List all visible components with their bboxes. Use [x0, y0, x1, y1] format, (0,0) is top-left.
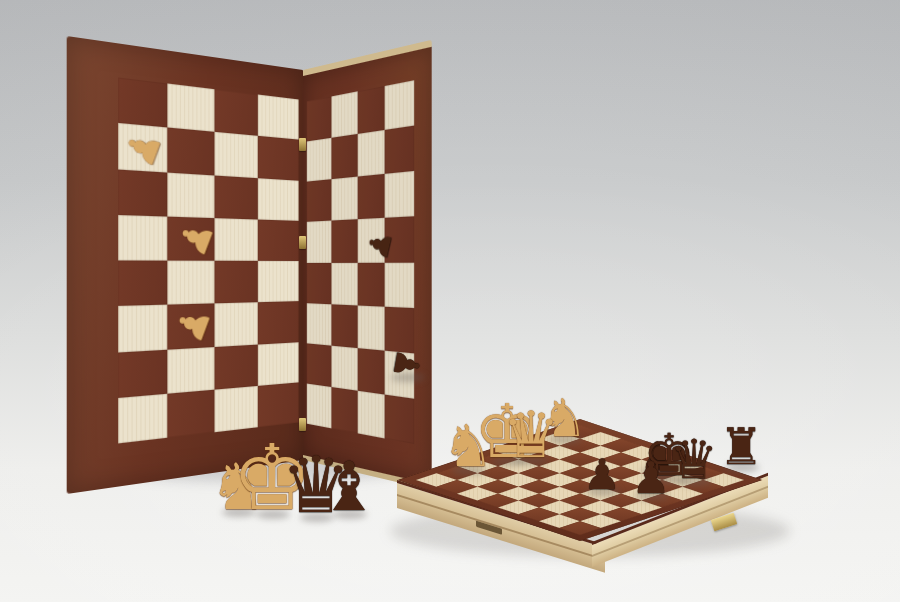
- board-square: [331, 345, 357, 390]
- board-square: [258, 342, 299, 386]
- board-square: [357, 262, 385, 306]
- hinge-mortise: [476, 521, 502, 535]
- board-square: [357, 348, 385, 395]
- board-square: [357, 391, 385, 439]
- brass-hinge-icon: [299, 236, 306, 249]
- board-square: [331, 262, 357, 305]
- upright-panel-right: ♟: [303, 40, 432, 490]
- board-square: [118, 349, 167, 398]
- board-square: [258, 219, 299, 261]
- board-square: [307, 96, 332, 141]
- board-square: [385, 394, 414, 444]
- board-square: [307, 179, 332, 222]
- board-square: [214, 89, 258, 136]
- board-square: [168, 172, 214, 218]
- black-pawn-piece: ♟: [631, 460, 670, 496]
- board-square: [307, 221, 332, 263]
- board-square: [118, 305, 167, 352]
- board-square: [118, 77, 167, 127]
- board-square: [214, 218, 258, 261]
- board-square: [331, 220, 357, 263]
- board-square: [385, 171, 414, 218]
- board-square: [357, 86, 385, 134]
- board-square: [258, 178, 299, 221]
- board-square: [307, 138, 332, 182]
- board-square: [168, 389, 214, 437]
- board-square: [357, 174, 385, 219]
- board-square: [118, 393, 167, 443]
- chess-set-product-photo: ♟♟♟♟♞♚♛♞♟♟♟♚♛♜♞♚♛♝♟: [0, 0, 900, 602]
- board-square: [118, 169, 167, 216]
- board-square: [331, 177, 357, 221]
- board-square: [385, 80, 414, 130]
- board-square: [331, 387, 357, 433]
- board-square: [214, 132, 258, 178]
- black-pawn-piece: ♟: [583, 458, 621, 492]
- board-square: [168, 83, 214, 132]
- board-square: [118, 260, 167, 306]
- black-bishop-loose-piece: ♝: [319, 459, 380, 515]
- board-square: [307, 343, 332, 387]
- black-pawn-magnet: ♟: [391, 347, 423, 381]
- brass-hinge-icon: [299, 138, 306, 151]
- board-square: [118, 215, 167, 261]
- board-square: [258, 301, 299, 344]
- board-square: [307, 383, 332, 428]
- board-square: [357, 305, 385, 350]
- white-queen-piece: ♛: [502, 409, 559, 461]
- checkerboard-grid: [307, 80, 414, 444]
- board-square: [214, 261, 258, 304]
- board-square: [331, 304, 357, 348]
- board-square: [357, 130, 385, 177]
- board-square: [385, 262, 414, 307]
- board-square: [385, 126, 414, 174]
- board-square: [168, 347, 214, 394]
- board-square: [331, 91, 357, 138]
- board-square: [168, 128, 214, 175]
- black-queen-piece: ♛: [670, 438, 718, 482]
- board-square: [331, 134, 357, 179]
- board-square: [258, 261, 299, 303]
- board-square: [258, 94, 299, 139]
- board-square: [258, 136, 299, 180]
- board-square: [168, 261, 214, 305]
- board-square: [214, 175, 258, 219]
- white-knight-piece: ♞: [442, 423, 494, 471]
- board-square: [307, 262, 332, 303]
- black-pawn-magnet: ♟: [366, 227, 394, 263]
- board-square: [214, 302, 258, 346]
- board-square: [214, 344, 258, 389]
- board-square: [307, 303, 332, 346]
- board-square: [258, 382, 299, 427]
- black-rook-piece: ♜: [719, 427, 764, 468]
